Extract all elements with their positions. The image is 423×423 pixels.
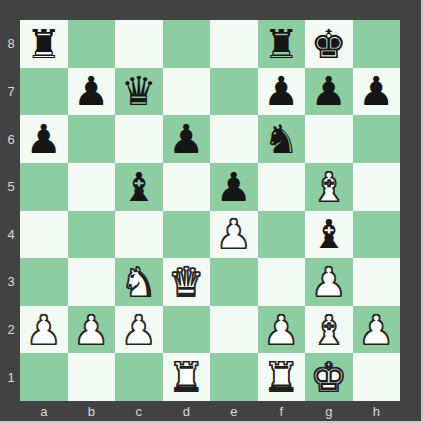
piece-white-king[interactable]: ♚ xyxy=(305,353,353,401)
square-c1[interactable] xyxy=(115,353,163,401)
piece-black-pawn[interactable]: ♟ xyxy=(353,68,401,116)
piece-white-pawn[interactable]: ♟ xyxy=(20,306,68,354)
square-h4[interactable] xyxy=(353,211,401,259)
piece-white-pawn[interactable]: ♟ xyxy=(115,306,163,354)
square-b7[interactable]: ♟ xyxy=(68,68,116,116)
piece-white-knight[interactable]: ♞ xyxy=(115,258,163,306)
rank-label-6: 6 xyxy=(0,115,20,163)
square-c2[interactable]: ♟ xyxy=(115,306,163,354)
square-f2[interactable]: ♟ xyxy=(258,306,306,354)
square-b1[interactable] xyxy=(68,353,116,401)
rank-label-1: 1 xyxy=(0,353,20,401)
square-f5[interactable] xyxy=(258,163,306,211)
square-b5[interactable] xyxy=(68,163,116,211)
piece-white-rook[interactable]: ♜ xyxy=(258,353,306,401)
file-label-e: e xyxy=(210,401,258,421)
square-a8[interactable]: ♜ xyxy=(20,20,68,68)
piece-black-knight[interactable]: ♞ xyxy=(258,115,306,163)
square-b8[interactable] xyxy=(68,20,116,68)
file-label-a: a xyxy=(20,401,68,421)
square-e8[interactable] xyxy=(210,20,258,68)
square-h3[interactable] xyxy=(353,258,401,306)
square-d4[interactable] xyxy=(163,211,211,259)
piece-black-pawn[interactable]: ♟ xyxy=(163,115,211,163)
rank-label-2: 2 xyxy=(0,306,20,354)
square-h2[interactable]: ♟ xyxy=(353,306,401,354)
square-h5[interactable] xyxy=(353,163,401,211)
square-b6[interactable] xyxy=(68,115,116,163)
square-f3[interactable] xyxy=(258,258,306,306)
rank-label-7: 7 xyxy=(0,68,20,116)
square-b4[interactable] xyxy=(68,211,116,259)
square-d6[interactable]: ♟ xyxy=(163,115,211,163)
square-c5[interactable]: ♝ xyxy=(115,163,163,211)
file-label-f: f xyxy=(258,401,306,421)
piece-white-pawn[interactable]: ♟ xyxy=(258,306,306,354)
square-d8[interactable] xyxy=(163,20,211,68)
square-a4[interactable] xyxy=(20,211,68,259)
file-label-b: b xyxy=(68,401,116,421)
square-d2[interactable] xyxy=(163,306,211,354)
square-d1[interactable]: ♜ xyxy=(163,353,211,401)
piece-black-king[interactable]: ♚ xyxy=(305,20,353,68)
square-c4[interactable] xyxy=(115,211,163,259)
square-d7[interactable] xyxy=(163,68,211,116)
piece-white-pawn[interactable]: ♟ xyxy=(353,306,401,354)
square-f7[interactable]: ♟ xyxy=(258,68,306,116)
board-frame: 87654321 ♜♜♚♟♛♟♟♟♟♟♞♝♟♝♟♝♞♛♟♟♟♟♟♝♟♜♜♚ ab… xyxy=(0,0,423,423)
square-h8[interactable] xyxy=(353,20,401,68)
piece-black-pawn[interactable]: ♟ xyxy=(68,68,116,116)
rank-label-4: 4 xyxy=(0,211,20,259)
square-a2[interactable]: ♟ xyxy=(20,306,68,354)
square-f1[interactable]: ♜ xyxy=(258,353,306,401)
piece-black-rook[interactable]: ♜ xyxy=(20,20,68,68)
square-g4[interactable]: ♝ xyxy=(305,211,353,259)
square-d5[interactable] xyxy=(163,163,211,211)
square-a7[interactable] xyxy=(20,68,68,116)
square-c8[interactable] xyxy=(115,20,163,68)
square-a6[interactable]: ♟ xyxy=(20,115,68,163)
piece-white-pawn[interactable]: ♟ xyxy=(210,211,258,259)
piece-white-bishop[interactable]: ♝ xyxy=(305,306,353,354)
square-f4[interactable] xyxy=(258,211,306,259)
square-e4[interactable]: ♟ xyxy=(210,211,258,259)
file-label-d: d xyxy=(163,401,211,421)
square-e2[interactable] xyxy=(210,306,258,354)
square-g8[interactable]: ♚ xyxy=(305,20,353,68)
square-d3[interactable]: ♛ xyxy=(163,258,211,306)
piece-white-pawn[interactable]: ♟ xyxy=(305,258,353,306)
square-e3[interactable] xyxy=(210,258,258,306)
file-label-h: h xyxy=(353,401,401,421)
square-h7[interactable]: ♟ xyxy=(353,68,401,116)
square-b2[interactable]: ♟ xyxy=(68,306,116,354)
piece-black-rook[interactable]: ♜ xyxy=(258,20,306,68)
piece-white-queen[interactable]: ♛ xyxy=(163,258,211,306)
square-g3[interactable]: ♟ xyxy=(305,258,353,306)
piece-black-pawn[interactable]: ♟ xyxy=(258,68,306,116)
square-e7[interactable] xyxy=(210,68,258,116)
square-a1[interactable] xyxy=(20,353,68,401)
piece-white-rook[interactable]: ♜ xyxy=(163,353,211,401)
rank-labels: 87654321 xyxy=(0,20,20,401)
file-labels: abcdefgh xyxy=(20,401,400,421)
square-g6[interactable] xyxy=(305,115,353,163)
square-c6[interactable] xyxy=(115,115,163,163)
rank-label-8: 8 xyxy=(0,20,20,68)
file-label-g: g xyxy=(305,401,353,421)
square-a3[interactable] xyxy=(20,258,68,306)
piece-black-bishop[interactable]: ♝ xyxy=(305,211,353,259)
square-h6[interactable] xyxy=(353,115,401,163)
square-g1[interactable]: ♚ xyxy=(305,353,353,401)
piece-white-pawn[interactable]: ♟ xyxy=(68,306,116,354)
square-f6[interactable]: ♞ xyxy=(258,115,306,163)
piece-white-bishop[interactable]: ♝ xyxy=(305,163,353,211)
square-e5[interactable]: ♟ xyxy=(210,163,258,211)
square-g7[interactable]: ♟ xyxy=(305,68,353,116)
square-g5[interactable]: ♝ xyxy=(305,163,353,211)
piece-black-queen[interactable]: ♛ xyxy=(115,68,163,116)
file-label-c: c xyxy=(115,401,163,421)
rank-label-5: 5 xyxy=(0,163,20,211)
square-b3[interactable] xyxy=(68,258,116,306)
piece-black-pawn[interactable]: ♟ xyxy=(210,163,258,211)
piece-black-bishop[interactable]: ♝ xyxy=(115,163,163,211)
piece-black-pawn[interactable]: ♟ xyxy=(20,115,68,163)
square-a5[interactable] xyxy=(20,163,68,211)
chess-board[interactable]: ♜♜♚♟♛♟♟♟♟♟♞♝♟♝♟♝♞♛♟♟♟♟♟♝♟♜♜♚ xyxy=(20,20,400,401)
rank-label-3: 3 xyxy=(0,258,20,306)
square-h1[interactable] xyxy=(353,353,401,401)
square-f8[interactable]: ♜ xyxy=(258,20,306,68)
square-e6[interactable] xyxy=(210,115,258,163)
square-c3[interactable]: ♞ xyxy=(115,258,163,306)
square-g2[interactable]: ♝ xyxy=(305,306,353,354)
square-c7[interactable]: ♛ xyxy=(115,68,163,116)
square-e1[interactable] xyxy=(210,353,258,401)
piece-black-pawn[interactable]: ♟ xyxy=(305,68,353,116)
